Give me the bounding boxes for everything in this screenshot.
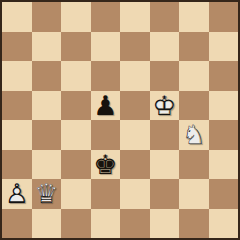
white-pawn-a2[interactable]: ♟♙ [2, 179, 32, 209]
square-f6[interactable] [150, 61, 180, 91]
square-e1[interactable] [120, 209, 150, 239]
square-c1[interactable] [61, 209, 91, 239]
square-g8[interactable] [179, 2, 209, 32]
square-d8[interactable] [91, 2, 121, 32]
square-e2[interactable] [120, 179, 150, 209]
square-c8[interactable] [61, 2, 91, 32]
square-g7[interactable] [179, 32, 209, 62]
square-c2[interactable] [61, 179, 91, 209]
square-a7[interactable] [2, 32, 32, 62]
square-h4[interactable] [209, 120, 239, 150]
square-h6[interactable] [209, 61, 239, 91]
square-f4[interactable] [150, 120, 180, 150]
square-e3[interactable] [120, 150, 150, 180]
square-e4[interactable] [120, 120, 150, 150]
square-a2[interactable]: ♟♙ [2, 179, 32, 209]
square-d3[interactable]: ♚ [91, 150, 121, 180]
square-c5[interactable] [61, 91, 91, 121]
black-king-icon: ♚ [91, 150, 121, 180]
white-king-f5[interactable]: ♚♔ [150, 91, 180, 121]
black-pawn-icon: ♟ [91, 91, 121, 121]
square-f8[interactable] [150, 2, 180, 32]
square-a6[interactable] [2, 61, 32, 91]
square-d7[interactable] [91, 32, 121, 62]
square-b1[interactable] [32, 209, 62, 239]
square-h3[interactable] [209, 150, 239, 180]
white-queen-b2[interactable]: ♛♕ [32, 179, 62, 209]
square-d4[interactable] [91, 120, 121, 150]
square-a4[interactable] [2, 120, 32, 150]
square-c7[interactable] [61, 32, 91, 62]
chess-board: ♟♚♔♞♘♚♟♙♛♕ [0, 0, 240, 240]
white-queen-fill-icon: ♛ [32, 179, 62, 209]
square-e5[interactable] [120, 91, 150, 121]
white-pawn-fill-icon: ♟ [2, 179, 32, 209]
square-d5[interactable]: ♟ [91, 91, 121, 121]
square-e7[interactable] [120, 32, 150, 62]
square-f2[interactable] [150, 179, 180, 209]
square-d2[interactable] [91, 179, 121, 209]
square-d6[interactable] [91, 61, 121, 91]
white-king-fill-icon: ♚ [150, 91, 180, 121]
black-king-d3[interactable]: ♚ [91, 150, 121, 180]
square-c6[interactable] [61, 61, 91, 91]
white-king-icon: ♔ [150, 91, 180, 121]
square-c4[interactable] [61, 120, 91, 150]
square-h1[interactable] [209, 209, 239, 239]
square-e8[interactable] [120, 2, 150, 32]
white-pawn-icon: ♙ [2, 179, 32, 209]
square-b2[interactable]: ♛♕ [32, 179, 62, 209]
square-h2[interactable] [209, 179, 239, 209]
square-a8[interactable] [2, 2, 32, 32]
square-b3[interactable] [32, 150, 62, 180]
white-knight-fill-icon: ♞ [179, 120, 209, 150]
square-b6[interactable] [32, 61, 62, 91]
square-h5[interactable] [209, 91, 239, 121]
square-g6[interactable] [179, 61, 209, 91]
square-f5[interactable]: ♚♔ [150, 91, 180, 121]
square-g4[interactable]: ♞♘ [179, 120, 209, 150]
square-h7[interactable] [209, 32, 239, 62]
white-knight-g4[interactable]: ♞♘ [179, 120, 209, 150]
square-b7[interactable] [32, 32, 62, 62]
square-a5[interactable] [2, 91, 32, 121]
square-g5[interactable] [179, 91, 209, 121]
square-a3[interactable] [2, 150, 32, 180]
square-f7[interactable] [150, 32, 180, 62]
white-queen-icon: ♕ [32, 179, 62, 209]
chess-diagram: ♟♚♔♞♘♚♟♙♛♕ [0, 0, 240, 240]
square-c3[interactable] [61, 150, 91, 180]
white-knight-icon: ♘ [179, 120, 209, 150]
square-g1[interactable] [179, 209, 209, 239]
square-g3[interactable] [179, 150, 209, 180]
square-g2[interactable] [179, 179, 209, 209]
square-b4[interactable] [32, 120, 62, 150]
square-b8[interactable] [32, 2, 62, 32]
square-d1[interactable] [91, 209, 121, 239]
square-a1[interactable] [2, 209, 32, 239]
square-f1[interactable] [150, 209, 180, 239]
square-e6[interactable] [120, 61, 150, 91]
square-f3[interactable] [150, 150, 180, 180]
square-b5[interactable] [32, 91, 62, 121]
square-h8[interactable] [209, 2, 239, 32]
black-pawn-d5[interactable]: ♟ [91, 91, 121, 121]
